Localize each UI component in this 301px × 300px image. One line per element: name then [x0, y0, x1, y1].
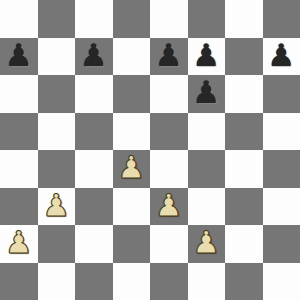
chess-board: ♟♟♟♟♟♟♟♟♟♟♟	[0, 0, 300, 300]
square-b2[interactable]	[38, 225, 76, 263]
square-h4[interactable]	[263, 150, 301, 188]
square-d1[interactable]	[113, 263, 151, 300]
square-d7[interactable]	[113, 38, 151, 76]
square-h1[interactable]	[263, 263, 301, 300]
square-c3[interactable]	[75, 188, 113, 226]
square-c1[interactable]	[75, 263, 113, 300]
square-c7[interactable]: ♟	[75, 38, 113, 76]
square-g7[interactable]	[225, 38, 263, 76]
square-b8[interactable]	[38, 0, 76, 38]
square-a3[interactable]	[0, 188, 38, 226]
square-g6[interactable]	[225, 75, 263, 113]
square-h5[interactable]	[263, 113, 301, 151]
square-e1[interactable]	[150, 263, 188, 300]
square-g3[interactable]	[225, 188, 263, 226]
square-g5[interactable]	[225, 113, 263, 151]
square-h7[interactable]: ♟	[263, 38, 301, 76]
white-pawn: ♟	[5, 227, 33, 258]
square-h3[interactable]	[263, 188, 301, 226]
square-f5[interactable]	[188, 113, 226, 151]
square-b6[interactable]	[38, 75, 76, 113]
square-a7[interactable]: ♟	[0, 38, 38, 76]
white-pawn: ♟	[42, 190, 70, 221]
square-c4[interactable]	[75, 150, 113, 188]
square-d3[interactable]	[113, 188, 151, 226]
black-pawn: ♟	[5, 40, 33, 71]
square-f6[interactable]: ♟	[188, 75, 226, 113]
white-pawn: ♟	[117, 152, 145, 183]
white-pawn: ♟	[155, 190, 183, 221]
black-pawn: ♟	[192, 40, 220, 71]
square-a1[interactable]	[0, 263, 38, 300]
black-pawn: ♟	[80, 40, 108, 71]
square-c8[interactable]	[75, 0, 113, 38]
square-h6[interactable]	[263, 75, 301, 113]
square-a4[interactable]	[0, 150, 38, 188]
square-b5[interactable]	[38, 113, 76, 151]
square-c2[interactable]	[75, 225, 113, 263]
square-d6[interactable]	[113, 75, 151, 113]
square-g8[interactable]	[225, 0, 263, 38]
square-c5[interactable]	[75, 113, 113, 151]
square-h2[interactable]	[263, 225, 301, 263]
square-g2[interactable]	[225, 225, 263, 263]
black-pawn: ♟	[267, 40, 295, 71]
square-f4[interactable]	[188, 150, 226, 188]
black-pawn: ♟	[155, 40, 183, 71]
square-g1[interactable]	[225, 263, 263, 300]
square-e7[interactable]: ♟	[150, 38, 188, 76]
square-f8[interactable]	[188, 0, 226, 38]
white-pawn: ♟	[192, 227, 220, 258]
square-b1[interactable]	[38, 263, 76, 300]
square-e5[interactable]	[150, 113, 188, 151]
square-b7[interactable]	[38, 38, 76, 76]
square-f2[interactable]: ♟	[188, 225, 226, 263]
square-a5[interactable]	[0, 113, 38, 151]
square-a6[interactable]	[0, 75, 38, 113]
square-f1[interactable]	[188, 263, 226, 300]
square-e4[interactable]	[150, 150, 188, 188]
square-h8[interactable]	[263, 0, 301, 38]
square-d5[interactable]	[113, 113, 151, 151]
square-e8[interactable]	[150, 0, 188, 38]
square-a2[interactable]: ♟	[0, 225, 38, 263]
square-f7[interactable]: ♟	[188, 38, 226, 76]
square-e6[interactable]	[150, 75, 188, 113]
square-f3[interactable]	[188, 188, 226, 226]
black-pawn: ♟	[192, 77, 220, 108]
square-e2[interactable]	[150, 225, 188, 263]
square-b3[interactable]: ♟	[38, 188, 76, 226]
square-d8[interactable]	[113, 0, 151, 38]
square-c6[interactable]	[75, 75, 113, 113]
square-d4[interactable]: ♟	[113, 150, 151, 188]
square-d2[interactable]	[113, 225, 151, 263]
square-g4[interactable]	[225, 150, 263, 188]
square-a8[interactable]	[0, 0, 38, 38]
square-e3[interactable]: ♟	[150, 188, 188, 226]
square-b4[interactable]	[38, 150, 76, 188]
chess-board-container: ♟♟♟♟♟♟♟♟♟♟♟	[0, 0, 300, 300]
